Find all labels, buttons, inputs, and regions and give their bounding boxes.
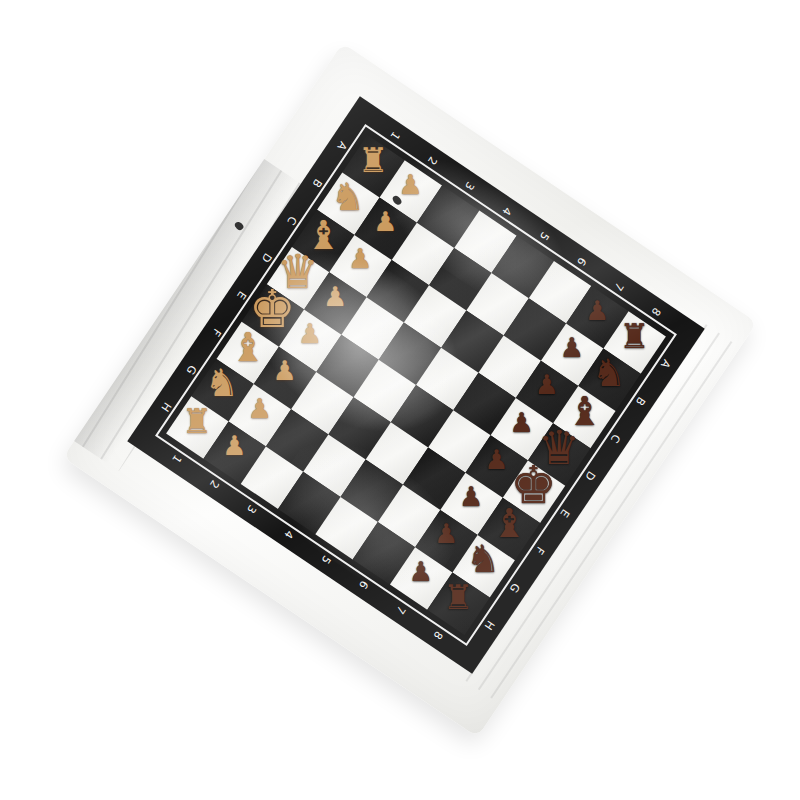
black-pawn-glyph: ♟ [459,483,483,510]
white-pawn-glyph: ♟ [248,395,272,422]
black-pawn-glyph: ♟ [560,334,584,361]
file-label: G [508,581,522,594]
white-knight-glyph: ♞ [331,178,365,216]
rank-label: 7 [612,280,625,292]
white-pawn-glyph: ♟ [374,208,398,235]
black-rook-glyph: ♜ [619,318,649,352]
rank-label: 7 [394,604,407,616]
file-label: E [235,289,248,301]
rank-label: 6 [356,578,369,590]
black-bishop-glyph: ♝ [491,502,527,542]
white-pawn-glyph: ♟ [298,320,322,347]
black-pawn-glyph: ♟ [485,446,509,473]
rank-label: 5 [537,230,550,242]
black-pawn-glyph: ♟ [434,521,458,548]
white-rook-glyph: ♜ [182,403,212,437]
rank-label: 1 [388,129,401,141]
white-knight-glyph: ♞ [205,364,239,402]
rank-label: 6 [574,255,587,267]
rank-label: 3 [244,503,257,515]
white-pawn-glyph: ♟ [273,358,297,385]
file-label: A [659,357,672,369]
white-pawn-glyph: ♟ [399,171,423,198]
white-pawn-glyph: ♟ [323,283,347,310]
file-label: H [483,618,497,631]
file-label: B [634,395,647,407]
file-label: F [534,544,547,555]
black-pawn-glyph: ♟ [535,371,559,398]
black-rook-glyph: ♜ [443,580,473,614]
rank-label: 3 [463,180,476,192]
rank-label: 2 [207,478,220,490]
file-label: F [210,326,223,337]
black-knight-glyph: ♞ [467,540,501,578]
file-label: C [285,214,298,227]
file-label: D [583,469,597,482]
board-frame: ♜♟♟♜♞♟♟♞♝♟♟♝♛♟♟♛♚♟♟♚♝♟♟♝♞♟♟♞♜♟♟♜ 11AA22B… [127,96,705,674]
file-label: A [336,139,349,151]
black-pawn-glyph: ♟ [510,409,534,436]
rank-label: 4 [500,205,513,217]
file-label: E [559,507,572,519]
rank-label: 8 [649,305,662,317]
white-rook-glyph: ♜ [358,142,388,176]
rank-label: 8 [431,629,444,641]
black-knight-glyph: ♞ [592,354,626,392]
file-label: B [311,176,324,188]
dirt-speck [233,220,244,231]
rank-label: 4 [282,528,295,540]
rank-label: 2 [425,154,438,166]
black-pawn-glyph: ♟ [409,558,433,585]
file-label: C [609,432,622,445]
rank-label: 1 [170,453,183,465]
black-pawn-glyph: ♟ [585,297,609,324]
white-bishop-glyph: ♝ [230,326,266,366]
chessboard-photo-scene: ♜♟♟♜♞♟♟♞♝♟♟♝♛♟♟♛♚♟♟♚♝♟♟♝♞♟♟♞♜♟♟♜ 11AA22B… [0,0,800,800]
white-pawn-glyph: ♟ [348,246,372,273]
rank-label: 5 [319,553,332,565]
white-pawn-glyph: ♟ [223,432,247,459]
